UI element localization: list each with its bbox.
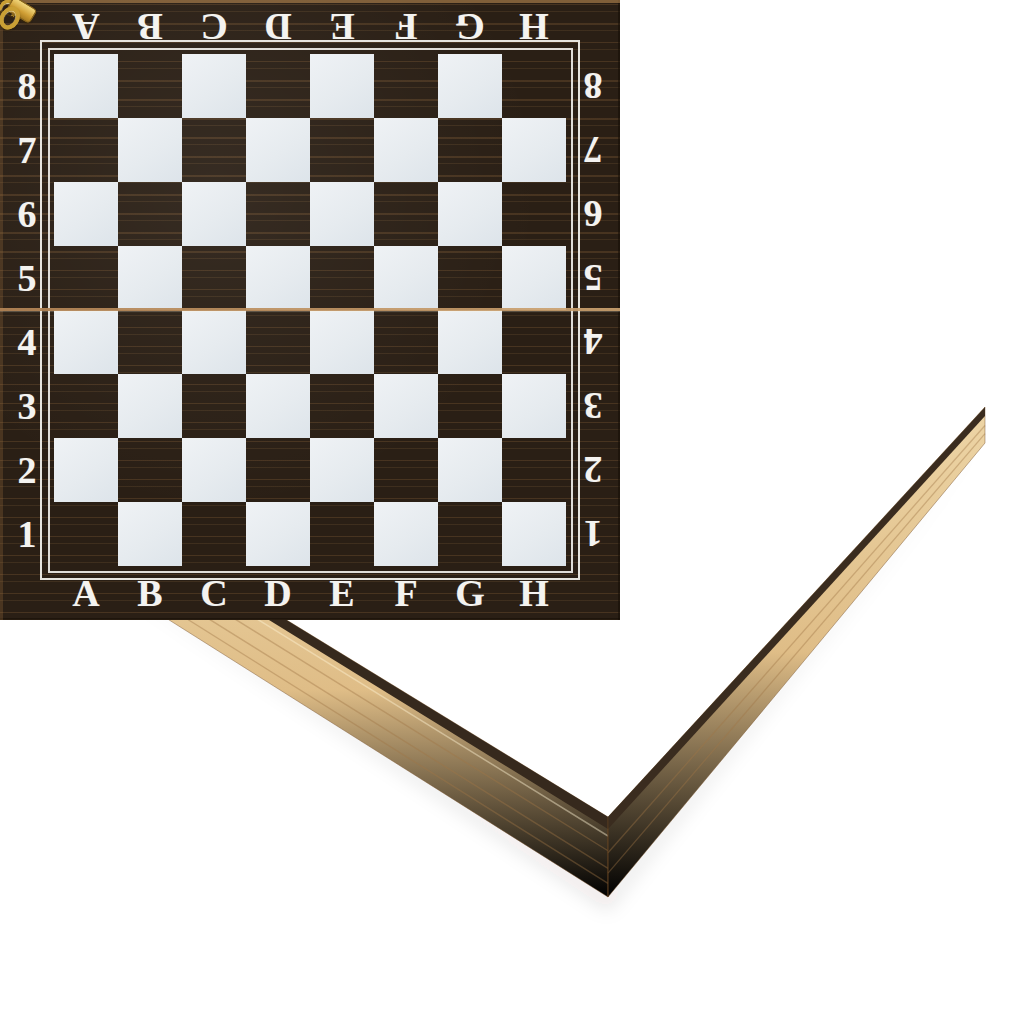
file-label-white-a: A	[72, 574, 99, 612]
file-label-white-e: E	[329, 574, 354, 612]
square-g2[interactable]	[438, 438, 502, 502]
square-b3[interactable]	[118, 374, 182, 438]
square-h4[interactable]	[502, 310, 566, 374]
square-h7[interactable]	[502, 118, 566, 182]
square-f2[interactable]	[374, 438, 438, 502]
square-c2[interactable]	[182, 438, 246, 502]
square-d2[interactable]	[246, 438, 310, 502]
square-a3[interactable]	[54, 374, 118, 438]
rank-label-white-7: 7	[18, 131, 37, 169]
square-g6[interactable]	[438, 182, 502, 246]
rank-label-white-8: 8	[18, 67, 37, 105]
square-b8[interactable]	[118, 54, 182, 118]
square-b2[interactable]	[118, 438, 182, 502]
square-g4[interactable]	[438, 310, 502, 374]
file-label-black-e: E	[329, 8, 354, 46]
square-a1[interactable]	[54, 502, 118, 566]
square-d4[interactable]	[246, 310, 310, 374]
rank-label-white-2: 2	[18, 451, 37, 489]
square-d5[interactable]	[246, 246, 310, 310]
square-f8[interactable]	[374, 54, 438, 118]
square-h3[interactable]	[502, 374, 566, 438]
square-b4[interactable]	[118, 310, 182, 374]
square-h6[interactable]	[502, 182, 566, 246]
square-d7[interactable]	[246, 118, 310, 182]
product-photo-scene: 8AA87BB76CC65DD54EE43FF32GG21HH1 ♜♞♝♛♚♝♞…	[0, 0, 1024, 1024]
chess-board: 8AA87BB76CC65DD54EE43FF32GG21HH1	[0, 0, 620, 620]
file-label-white-g: G	[455, 574, 485, 612]
square-e4[interactable]	[310, 310, 374, 374]
square-g3[interactable]	[438, 374, 502, 438]
rank-label-white-4: 4	[18, 323, 37, 361]
square-b6[interactable]	[118, 182, 182, 246]
square-b5[interactable]	[118, 246, 182, 310]
file-label-black-h: H	[519, 8, 549, 46]
square-e6[interactable]	[310, 182, 374, 246]
square-f6[interactable]	[374, 182, 438, 246]
square-c7[interactable]	[182, 118, 246, 182]
square-a8[interactable]	[54, 54, 118, 118]
rank-label-white-5: 5	[18, 259, 37, 297]
file-label-black-c: C	[200, 8, 227, 46]
square-g1[interactable]	[438, 502, 502, 566]
file-label-white-h: H	[519, 574, 549, 612]
rank-label-black-3: 3	[584, 387, 603, 425]
rank-label-black-5: 5	[584, 259, 603, 297]
file-label-black-b: B	[137, 8, 162, 46]
square-f5[interactable]	[374, 246, 438, 310]
square-h5[interactable]	[502, 246, 566, 310]
square-h8[interactable]	[502, 54, 566, 118]
square-c4[interactable]	[182, 310, 246, 374]
file-label-black-g: G	[455, 8, 485, 46]
square-e3[interactable]	[310, 374, 374, 438]
rank-label-black-2: 2	[584, 451, 603, 489]
rank-label-black-1: 1	[584, 515, 603, 553]
square-a5[interactable]	[54, 246, 118, 310]
square-a2[interactable]	[54, 438, 118, 502]
piece-white-rook-h1[interactable]: ♜	[0, 0, 7, 2]
square-f3[interactable]	[374, 374, 438, 438]
rank-label-black-8: 8	[584, 67, 603, 105]
square-e5[interactable]	[310, 246, 374, 310]
file-label-white-b: B	[137, 574, 162, 612]
square-g5[interactable]	[438, 246, 502, 310]
square-g7[interactable]	[438, 118, 502, 182]
square-h1[interactable]	[502, 502, 566, 566]
file-label-black-a: A	[72, 8, 99, 46]
rank-label-white-6: 6	[18, 195, 37, 233]
rank-label-white-1: 1	[18, 515, 37, 553]
square-h2[interactable]	[502, 438, 566, 502]
rank-label-white-3: 3	[18, 387, 37, 425]
file-label-white-c: C	[200, 574, 227, 612]
square-g8[interactable]	[438, 54, 502, 118]
square-c5[interactable]	[182, 246, 246, 310]
square-d8[interactable]	[246, 54, 310, 118]
rank-label-black-6: 6	[584, 195, 603, 233]
square-e8[interactable]	[310, 54, 374, 118]
square-f4[interactable]	[374, 310, 438, 374]
fold-seam	[0, 308, 620, 311]
rank-label-black-4: 4	[584, 323, 603, 361]
square-b1[interactable]	[118, 502, 182, 566]
square-f7[interactable]	[374, 118, 438, 182]
file-label-white-d: D	[264, 574, 291, 612]
square-e1[interactable]	[310, 502, 374, 566]
file-label-white-f: F	[394, 574, 417, 612]
square-c3[interactable]	[182, 374, 246, 438]
square-c1[interactable]	[182, 502, 246, 566]
square-d1[interactable]	[246, 502, 310, 566]
file-label-black-f: F	[394, 8, 417, 46]
square-d6[interactable]	[246, 182, 310, 246]
square-c8[interactable]	[182, 54, 246, 118]
square-e7[interactable]	[310, 118, 374, 182]
square-a6[interactable]	[54, 182, 118, 246]
rank-label-black-7: 7	[584, 131, 603, 169]
square-a4[interactable]	[54, 310, 118, 374]
square-a7[interactable]	[54, 118, 118, 182]
square-f1[interactable]	[374, 502, 438, 566]
square-e2[interactable]	[310, 438, 374, 502]
square-c6[interactable]	[182, 182, 246, 246]
square-d3[interactable]	[246, 374, 310, 438]
file-label-black-d: D	[264, 8, 291, 46]
square-b7[interactable]	[118, 118, 182, 182]
